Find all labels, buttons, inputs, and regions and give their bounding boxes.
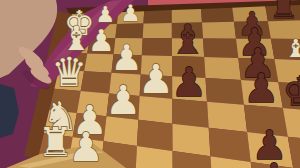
piece-bB-f5: ♝ [170, 16, 206, 62]
dark-square [143, 10, 171, 23]
light-square [207, 102, 247, 132]
piece-bP-d7: ♟ [243, 65, 279, 111]
piece-wP-c3: ♟ [105, 77, 141, 123]
piece-bR-h8: ♜ [269, 0, 298, 26]
dark-square [203, 38, 238, 58]
light-square [172, 124, 210, 157]
piece-bK-d8: ♚ [282, 68, 300, 114]
piece-bP-a7: ♟ [256, 155, 292, 168]
dark-square [137, 120, 173, 151]
piece-wP-h3: ♟ [120, 0, 140, 26]
piece-wP-a2: ♟ [68, 124, 104, 168]
dark-square [209, 128, 251, 162]
photo-chess-scene: ♟♟♜♚♟♝♟♝♟♟♟♛♟♟♟♚♟♞♟♟♜♟♟♝ [0, 0, 300, 168]
dark-square [142, 38, 172, 56]
light-square [202, 22, 236, 39]
piece-wQ-d1: ♛ [51, 49, 87, 95]
piece-wP-d4: ♟ [138, 56, 174, 102]
light-square [204, 57, 241, 80]
captured-white-piece: ♝ [285, 34, 300, 63]
dark-square [206, 78, 244, 105]
dark-square [201, 8, 234, 23]
piece-bP-d5: ♟ [171, 59, 207, 105]
light-square [143, 23, 172, 38]
